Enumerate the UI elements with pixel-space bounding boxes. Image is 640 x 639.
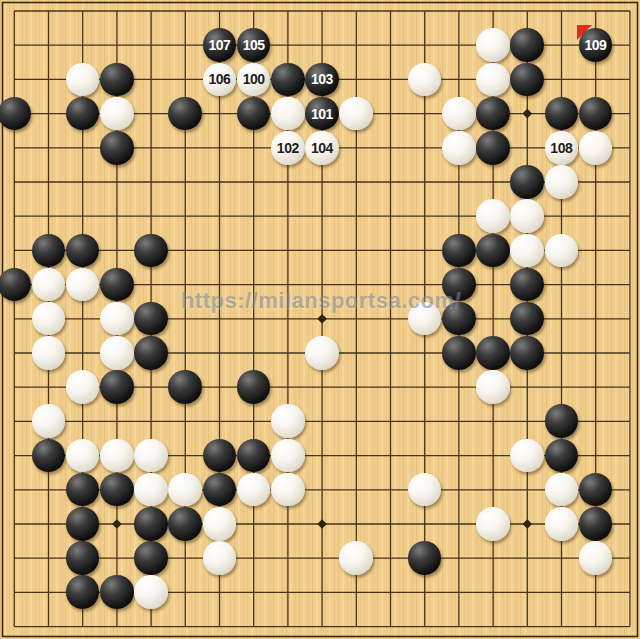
white-stone	[442, 97, 476, 131]
black-stone	[510, 336, 544, 370]
white-stone	[100, 302, 134, 336]
white-stone	[579, 541, 613, 575]
move-number-label: 100	[243, 72, 265, 86]
white-stone	[510, 199, 544, 233]
black-stone	[237, 370, 271, 404]
black-stone	[66, 575, 100, 609]
black-stone	[579, 97, 613, 131]
white-stone	[100, 439, 134, 473]
move-number-label: 101	[311, 107, 333, 121]
white-stone	[408, 63, 442, 97]
black-stone	[510, 63, 544, 97]
white-stone	[476, 63, 510, 97]
black-stone	[271, 63, 305, 97]
white-stone	[203, 507, 237, 541]
black-stone	[32, 234, 66, 268]
white-stone	[339, 97, 373, 131]
white-stone	[271, 97, 305, 131]
white-stone	[545, 165, 579, 199]
white-stone	[100, 336, 134, 370]
black-stone	[100, 575, 134, 609]
move-number-label: 108	[550, 141, 572, 155]
white-stone	[134, 473, 168, 507]
black-stone	[442, 302, 476, 336]
white-stone: 108	[545, 131, 579, 165]
white-stone	[100, 97, 134, 131]
black-stone	[32, 439, 66, 473]
move-number-label: 103	[311, 72, 333, 86]
black-stone	[579, 507, 613, 541]
white-stone: 102	[271, 131, 305, 165]
white-stone	[168, 473, 202, 507]
black-stone	[545, 404, 579, 438]
white-stone	[510, 234, 544, 268]
white-stone	[32, 268, 66, 302]
black-stone	[100, 63, 134, 97]
white-stone	[32, 404, 66, 438]
black-stone	[510, 268, 544, 302]
black-stone	[476, 336, 510, 370]
white-stone	[237, 473, 271, 507]
black-stone	[168, 370, 202, 404]
black-stone	[545, 97, 579, 131]
white-stone	[66, 370, 100, 404]
white-stone	[66, 63, 100, 97]
black-stone	[100, 268, 134, 302]
black-stone	[134, 507, 168, 541]
black-stone	[168, 97, 202, 131]
black-stone	[442, 268, 476, 302]
white-stone	[203, 541, 237, 575]
white-stone	[476, 507, 510, 541]
black-stone	[66, 507, 100, 541]
white-stone	[579, 131, 613, 165]
black-stone	[476, 131, 510, 165]
white-stone	[545, 234, 579, 268]
white-stone	[545, 473, 579, 507]
move-number-label: 107	[208, 38, 230, 52]
white-stone	[305, 336, 339, 370]
black-stone	[237, 439, 271, 473]
black-stone: 105	[237, 28, 271, 62]
black-stone	[134, 234, 168, 268]
white-stone	[476, 28, 510, 62]
black-stone	[100, 131, 134, 165]
black-stone	[0, 97, 31, 131]
white-stone: 100	[237, 63, 271, 97]
white-stone: 104	[305, 131, 339, 165]
black-stone	[545, 439, 579, 473]
stones-layer: 107105109106100103101102104108	[0, 0, 640, 639]
black-stone	[203, 473, 237, 507]
black-stone	[66, 97, 100, 131]
white-stone	[32, 336, 66, 370]
black-stone	[100, 473, 134, 507]
black-stone	[579, 473, 613, 507]
black-stone	[134, 336, 168, 370]
move-number-label: 102	[277, 141, 299, 155]
black-stone	[66, 234, 100, 268]
white-stone	[32, 302, 66, 336]
go-board[interactable]: 107105109106100103101102104108 https://m…	[0, 0, 640, 639]
white-stone	[510, 439, 544, 473]
black-stone	[442, 336, 476, 370]
black-stone	[168, 507, 202, 541]
black-stone: 109	[579, 28, 613, 62]
black-stone	[510, 302, 544, 336]
black-stone	[134, 541, 168, 575]
black-stone	[476, 234, 510, 268]
black-stone	[510, 28, 544, 62]
white-stone	[271, 439, 305, 473]
black-stone	[134, 302, 168, 336]
white-stone	[271, 473, 305, 507]
black-stone	[408, 541, 442, 575]
white-stone	[271, 404, 305, 438]
black-stone	[203, 439, 237, 473]
white-stone	[442, 131, 476, 165]
white-stone	[134, 439, 168, 473]
black-stone	[442, 234, 476, 268]
white-stone: 106	[203, 63, 237, 97]
black-stone	[237, 97, 271, 131]
white-stone	[408, 302, 442, 336]
white-stone	[339, 541, 373, 575]
move-number-label: 104	[311, 141, 333, 155]
black-stone	[476, 97, 510, 131]
white-stone	[66, 268, 100, 302]
white-stone	[408, 473, 442, 507]
white-stone	[545, 507, 579, 541]
white-stone	[476, 199, 510, 233]
black-stone	[510, 165, 544, 199]
move-number-label: 106	[208, 72, 230, 86]
black-stone	[100, 370, 134, 404]
white-stone	[134, 575, 168, 609]
black-stone: 101	[305, 97, 339, 131]
move-number-label: 109	[585, 38, 607, 52]
black-stone: 107	[203, 28, 237, 62]
white-stone	[476, 370, 510, 404]
black-stone	[66, 541, 100, 575]
black-stone: 103	[305, 63, 339, 97]
move-number-label: 105	[243, 38, 265, 52]
black-stone	[66, 473, 100, 507]
black-stone	[0, 268, 31, 302]
white-stone	[66, 439, 100, 473]
